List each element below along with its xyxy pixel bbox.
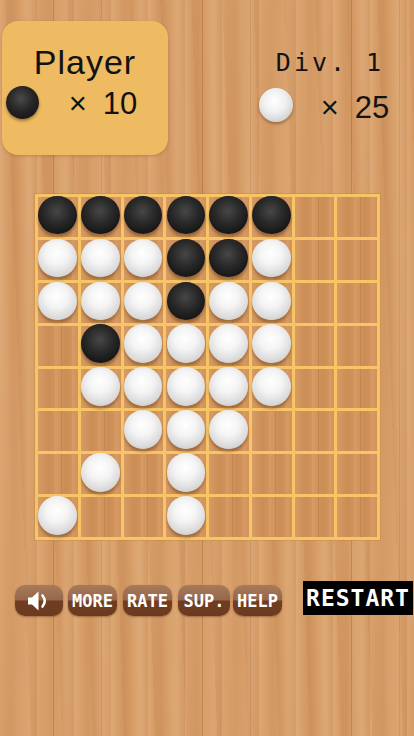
white-stone — [209, 367, 248, 406]
black-stone — [209, 239, 248, 278]
board-cell[interactable] — [166, 497, 206, 537]
board-cell[interactable] — [166, 283, 206, 323]
board-cell[interactable] — [252, 454, 292, 494]
help-button[interactable]: HELP — [233, 585, 282, 616]
board-cell[interactable] — [295, 454, 335, 494]
board-cell[interactable] — [252, 369, 292, 409]
white-stone — [167, 324, 206, 363]
board-cell[interactable] — [124, 369, 164, 409]
board-cell[interactable] — [166, 197, 206, 237]
board-cell[interactable] — [38, 197, 78, 237]
board-cell[interactable] — [252, 283, 292, 323]
multiply-sign: × — [69, 86, 87, 122]
opponent-name-label: Div. 1 — [270, 48, 390, 77]
board-cell[interactable] — [295, 197, 335, 237]
board-cell[interactable] — [337, 411, 377, 451]
board-cell[interactable] — [166, 326, 206, 366]
board-cell[interactable] — [166, 240, 206, 280]
board-cell[interactable] — [295, 326, 335, 366]
game-screen: Player × 10 Div. 1 × 25 MORE RATE SUP. H… — [0, 0, 414, 736]
support-button[interactable]: SUP. — [178, 585, 230, 616]
board-cell[interactable] — [124, 497, 164, 537]
board-cell[interactable] — [209, 197, 249, 237]
white-stone — [167, 410, 206, 449]
board-cell[interactable] — [166, 369, 206, 409]
white-stone — [167, 367, 206, 406]
board-cell[interactable] — [337, 497, 377, 537]
white-stone — [209, 324, 248, 363]
speaker-icon — [26, 590, 52, 612]
board-cell[interactable] — [38, 369, 78, 409]
player-score: × 10 — [48, 86, 158, 122]
board-cell[interactable] — [337, 369, 377, 409]
board-cell[interactable] — [295, 240, 335, 280]
board-cell[interactable] — [124, 240, 164, 280]
black-stone — [81, 324, 120, 363]
board-cell[interactable] — [81, 197, 121, 237]
white-stone — [252, 239, 291, 278]
board-cell[interactable] — [38, 411, 78, 451]
board-cell[interactable] — [166, 411, 206, 451]
board-cell[interactable] — [124, 197, 164, 237]
board-cell[interactable] — [209, 283, 249, 323]
white-stone — [38, 239, 77, 278]
board-cell[interactable] — [38, 283, 78, 323]
board-cell[interactable] — [337, 454, 377, 494]
board-cell[interactable] — [337, 283, 377, 323]
board-cell[interactable] — [252, 197, 292, 237]
white-stone — [81, 453, 120, 492]
restart-button[interactable]: RESTART — [303, 581, 413, 615]
white-stone-indicator — [259, 88, 293, 122]
white-stone — [209, 282, 248, 321]
board-cell[interactable] — [38, 240, 78, 280]
rate-button[interactable]: RATE — [123, 585, 172, 616]
board-cell[interactable] — [337, 326, 377, 366]
board-cell[interactable] — [337, 197, 377, 237]
board-cell[interactable] — [124, 411, 164, 451]
board-cell[interactable] — [38, 497, 78, 537]
white-stone — [124, 282, 163, 321]
white-stone — [252, 367, 291, 406]
black-stone — [81, 196, 120, 235]
white-stone — [252, 324, 291, 363]
multiply-sign: × — [321, 90, 339, 126]
sound-toggle-button[interactable] — [15, 585, 63, 616]
board-cell[interactable] — [124, 326, 164, 366]
board-cell[interactable] — [81, 497, 121, 537]
white-stone — [252, 282, 291, 321]
board-cell[interactable] — [252, 240, 292, 280]
board-cell[interactable] — [252, 497, 292, 537]
board-cell[interactable] — [209, 240, 249, 280]
white-stone — [124, 324, 163, 363]
board-cell[interactable] — [38, 454, 78, 494]
black-stone — [252, 196, 291, 235]
board-cell[interactable] — [81, 283, 121, 323]
board-cell[interactable] — [209, 326, 249, 366]
board-cell[interactable] — [81, 240, 121, 280]
board-cell[interactable] — [209, 454, 249, 494]
white-stone — [124, 410, 163, 449]
board-cell[interactable] — [295, 283, 335, 323]
white-stone — [81, 239, 120, 278]
board-cell[interactable] — [252, 411, 292, 451]
white-stone — [38, 496, 77, 535]
black-stone — [167, 239, 206, 278]
board-cell[interactable] — [337, 240, 377, 280]
white-stone — [167, 496, 206, 535]
white-count: 25 — [355, 90, 389, 126]
board-cell[interactable] — [209, 369, 249, 409]
board-cell[interactable] — [252, 326, 292, 366]
black-stone — [38, 196, 77, 235]
black-stone — [167, 282, 206, 321]
white-stone — [124, 239, 163, 278]
black-count: 10 — [103, 86, 137, 122]
board-cell[interactable] — [81, 369, 121, 409]
white-stone — [124, 367, 163, 406]
player-name-label: Player — [2, 43, 168, 82]
black-stone — [124, 196, 163, 235]
black-stone — [209, 196, 248, 235]
board-cell[interactable] — [124, 454, 164, 494]
board — [35, 194, 380, 540]
board-cell[interactable] — [209, 497, 249, 537]
white-stone — [38, 282, 77, 321]
more-button[interactable]: MORE — [68, 585, 117, 616]
white-stone — [81, 282, 120, 321]
board-cell[interactable] — [124, 283, 164, 323]
board-cell[interactable] — [295, 369, 335, 409]
white-stone — [209, 410, 248, 449]
white-stone — [167, 453, 206, 492]
board-cell[interactable] — [81, 454, 121, 494]
board-cell[interactable] — [81, 411, 121, 451]
board-cell[interactable] — [166, 454, 206, 494]
opponent-score: × 25 — [305, 90, 405, 126]
board-cell[interactable] — [295, 411, 335, 451]
board-cell[interactable] — [81, 326, 121, 366]
white-stone — [81, 367, 120, 406]
board-cell[interactable] — [38, 326, 78, 366]
black-stone — [167, 196, 206, 235]
board-cell[interactable] — [295, 497, 335, 537]
black-stone-indicator — [6, 86, 39, 119]
board-cell[interactable] — [209, 411, 249, 451]
